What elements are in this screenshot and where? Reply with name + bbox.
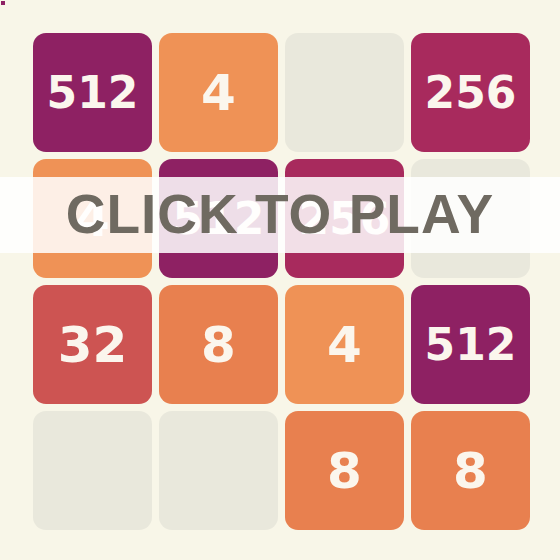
tile-8: 8 xyxy=(411,411,530,530)
empty-cell xyxy=(159,411,278,530)
tile-32: 32 xyxy=(33,285,152,404)
empty-cell xyxy=(285,33,404,152)
click-to-play-overlay[interactable]: CLICK TO PLAY xyxy=(0,177,560,253)
tile-512: 512 xyxy=(33,33,152,152)
tile-8: 8 xyxy=(159,285,278,404)
stray-pixel xyxy=(1,1,5,5)
tile-8: 8 xyxy=(285,411,404,530)
empty-cell xyxy=(33,411,152,530)
tile-256: 256 xyxy=(411,33,530,152)
tile-4: 4 xyxy=(159,33,278,152)
tile-512: 512 xyxy=(411,285,530,404)
tile-4: 4 xyxy=(285,285,404,404)
game-stage: 51242564512256328451288 CLICK TO PLAY xyxy=(0,0,560,560)
board-2048[interactable]: 51242564512256328451288 xyxy=(33,33,530,530)
click-to-play-label: CLICK TO PLAY xyxy=(66,182,495,248)
